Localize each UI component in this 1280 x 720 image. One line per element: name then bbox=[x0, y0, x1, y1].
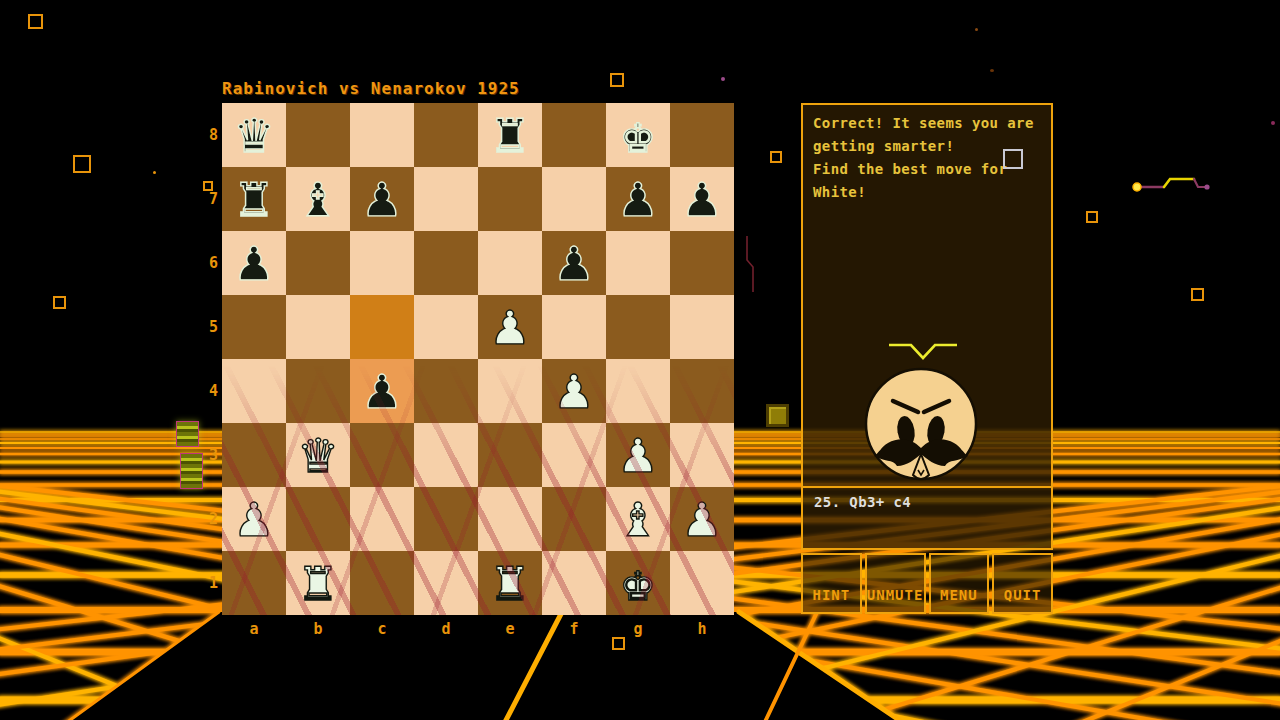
square-h5[interactable] bbox=[670, 295, 734, 359]
square-c8[interactable] bbox=[350, 103, 414, 167]
black-pawn-g7[interactable]: ♟ bbox=[621, 164, 655, 228]
game-title: Rabinovich vs Nenarokov 1925 bbox=[222, 79, 520, 98]
square-g7[interactable]: ♟ bbox=[606, 167, 670, 231]
square-b7[interactable]: ♝ bbox=[286, 167, 350, 231]
square-h3[interactable] bbox=[670, 423, 734, 487]
square-f1[interactable] bbox=[542, 551, 606, 615]
rank-label-1: 1 bbox=[198, 551, 218, 615]
rank-label-2: 2 bbox=[198, 487, 218, 551]
square-e8[interactable]: ♜ bbox=[478, 103, 542, 167]
rank-label-6: 6 bbox=[198, 231, 218, 295]
black-pawn-c4[interactable]: ♟ bbox=[365, 356, 399, 420]
square-e1[interactable]: ♜ bbox=[478, 551, 542, 615]
square-a6[interactable]: ♟ bbox=[222, 231, 286, 295]
white-pawn-g3[interactable]: ♟ bbox=[621, 420, 655, 484]
coach-message-line: White! bbox=[813, 181, 1045, 204]
square-h8[interactable] bbox=[670, 103, 734, 167]
white-rook-e1[interactable]: ♜ bbox=[493, 548, 527, 612]
file-label-b: b bbox=[286, 619, 350, 639]
square-c5[interactable] bbox=[350, 295, 414, 359]
bg-dot bbox=[990, 69, 994, 72]
rank-label-7: 7 bbox=[198, 167, 218, 231]
white-bishop-g2[interactable]: ♝ bbox=[621, 484, 655, 548]
rank-label-5: 5 bbox=[198, 295, 218, 359]
coach-avatar bbox=[855, 335, 987, 487]
square-b5[interactable] bbox=[286, 295, 350, 359]
square-d6[interactable] bbox=[414, 231, 478, 295]
bg-square-decoration bbox=[770, 151, 782, 163]
square-f6[interactable]: ♟ bbox=[542, 231, 606, 295]
square-d3[interactable] bbox=[414, 423, 478, 487]
square-a7[interactable]: ♜ bbox=[222, 167, 286, 231]
cube-decoration bbox=[766, 404, 789, 427]
square-f8[interactable] bbox=[542, 103, 606, 167]
square-f2[interactable] bbox=[542, 487, 606, 551]
square-e6[interactable] bbox=[478, 231, 542, 295]
bg-square-decoration bbox=[73, 155, 91, 173]
white-pawn-e5[interactable]: ♟ bbox=[493, 292, 527, 356]
square-c6[interactable] bbox=[350, 231, 414, 295]
square-d5[interactable] bbox=[414, 295, 478, 359]
square-e4[interactable] bbox=[478, 359, 542, 423]
square-c3[interactable] bbox=[350, 423, 414, 487]
bg-square-decoration bbox=[1086, 211, 1098, 223]
board-grid: ♛♜♚♜♝♟♟♟♟♟♟♟♟♛♟♟♝♟♜♜♚ bbox=[222, 103, 734, 615]
file-label-g: g bbox=[606, 619, 670, 639]
square-a5[interactable] bbox=[222, 295, 286, 359]
bg-square-decoration bbox=[1003, 149, 1023, 169]
bg-square-decoration bbox=[1191, 288, 1204, 301]
black-rook-a7[interactable]: ♜ bbox=[237, 164, 271, 228]
square-a3[interactable] bbox=[222, 423, 286, 487]
square-h6[interactable] bbox=[670, 231, 734, 295]
square-d2[interactable] bbox=[414, 487, 478, 551]
unmute-button[interactable]: UNMUTE bbox=[865, 553, 926, 614]
hint-button[interactable]: HINT bbox=[801, 553, 862, 614]
white-pawn-h2[interactable]: ♟ bbox=[685, 484, 719, 548]
coach-panel: Correct! It seems you are getting smarte… bbox=[801, 103, 1053, 550]
square-d4[interactable] bbox=[414, 359, 478, 423]
square-a1[interactable] bbox=[222, 551, 286, 615]
square-b8[interactable] bbox=[286, 103, 350, 167]
square-h2[interactable]: ♟ bbox=[670, 487, 734, 551]
square-c2[interactable] bbox=[350, 487, 414, 551]
file-label-c: c bbox=[350, 619, 414, 639]
file-label-h: h bbox=[670, 619, 734, 639]
bg-square-decoration bbox=[610, 73, 624, 87]
square-f7[interactable] bbox=[542, 167, 606, 231]
bg-dot bbox=[153, 171, 156, 174]
square-c4[interactable]: ♟ bbox=[350, 359, 414, 423]
black-pawn-c7[interactable]: ♟ bbox=[365, 164, 399, 228]
square-f3[interactable] bbox=[542, 423, 606, 487]
square-e5[interactable]: ♟ bbox=[478, 295, 542, 359]
angry-chevron-icon bbox=[889, 345, 957, 358]
square-g4[interactable] bbox=[606, 359, 670, 423]
bg-dot bbox=[975, 28, 978, 31]
square-g8[interactable]: ♚ bbox=[606, 103, 670, 167]
square-b2[interactable] bbox=[286, 487, 350, 551]
hud-button-row: HINT UNMUTE MENU QUIT bbox=[801, 553, 1053, 614]
move-list[interactable]: 25. Qb3+ c4 bbox=[803, 488, 1051, 510]
move-list-area[interactable]: 25. Qb3+ c4 bbox=[803, 486, 1051, 548]
square-a2[interactable]: ♟ bbox=[222, 487, 286, 551]
bg-square-decoration bbox=[28, 14, 43, 29]
file-label-f: f bbox=[542, 619, 606, 639]
square-f4[interactable]: ♟ bbox=[542, 359, 606, 423]
black-pawn-a6[interactable]: ♟ bbox=[237, 228, 271, 292]
bg-dot bbox=[1271, 121, 1275, 125]
quit-button[interactable]: QUIT bbox=[992, 553, 1053, 614]
menu-button[interactable]: MENU bbox=[929, 553, 990, 614]
rank-label-3: 3 bbox=[198, 423, 218, 487]
black-bishop-b7[interactable]: ♝ bbox=[301, 164, 335, 228]
circuit-trace-decoration bbox=[740, 232, 762, 298]
chess-board[interactable]: ♛♜♚♜♝♟♟♟♟♟♟♟♟♛♟♟♝♟♜♜♚ bbox=[222, 103, 734, 615]
square-b6[interactable] bbox=[286, 231, 350, 295]
file-label-e: e bbox=[478, 619, 542, 639]
coach-message-line: Correct! It seems you are bbox=[813, 112, 1045, 135]
bg-dot bbox=[721, 77, 725, 81]
square-a4[interactable] bbox=[222, 359, 286, 423]
square-c7[interactable]: ♟ bbox=[350, 167, 414, 231]
white-rook-b1[interactable]: ♜ bbox=[301, 548, 335, 612]
black-rook-e8[interactable]: ♜ bbox=[493, 100, 527, 164]
square-e3[interactable] bbox=[478, 423, 542, 487]
square-a8[interactable]: ♛ bbox=[222, 103, 286, 167]
white-pawn-f4[interactable]: ♟ bbox=[557, 356, 591, 420]
bg-square-decoration bbox=[53, 296, 66, 309]
white-queen-b3[interactable]: ♛ bbox=[301, 420, 335, 484]
black-queen-a8[interactable]: ♛ bbox=[237, 100, 271, 164]
square-g6[interactable] bbox=[606, 231, 670, 295]
glitch-block-decoration bbox=[176, 421, 199, 447]
square-c1[interactable] bbox=[350, 551, 414, 615]
square-f5[interactable] bbox=[542, 295, 606, 359]
rank-label-4: 4 bbox=[198, 359, 218, 423]
square-g1[interactable]: ♚ bbox=[606, 551, 670, 615]
white-pawn-a2[interactable]: ♟ bbox=[237, 484, 271, 548]
circuit-trace-decoration bbox=[1128, 170, 1220, 198]
black-pawn-f6[interactable]: ♟ bbox=[557, 228, 591, 292]
square-g5[interactable] bbox=[606, 295, 670, 359]
black-pawn-h7[interactable]: ♟ bbox=[685, 164, 719, 228]
square-g2[interactable]: ♝ bbox=[606, 487, 670, 551]
rank-label-8: 8 bbox=[198, 103, 218, 167]
square-b3[interactable]: ♛ bbox=[286, 423, 350, 487]
square-b1[interactable]: ♜ bbox=[286, 551, 350, 615]
square-d8[interactable] bbox=[414, 103, 478, 167]
file-label-a: a bbox=[222, 619, 286, 639]
square-h1[interactable] bbox=[670, 551, 734, 615]
square-h7[interactable]: ♟ bbox=[670, 167, 734, 231]
square-e2[interactable] bbox=[478, 487, 542, 551]
square-d7[interactable] bbox=[414, 167, 478, 231]
square-g3[interactable]: ♟ bbox=[606, 423, 670, 487]
black-king-g8[interactable]: ♚ bbox=[621, 100, 655, 164]
file-label-d: d bbox=[414, 619, 478, 639]
white-king-g1[interactable]: ♚ bbox=[621, 548, 655, 612]
game-screen: Rabinovich vs Nenarokov 1925 ♛♜♚♜♝♟♟♟♟♟♟… bbox=[0, 0, 1280, 720]
square-b4[interactable] bbox=[286, 359, 350, 423]
square-d1[interactable] bbox=[414, 551, 478, 615]
square-e7[interactable] bbox=[478, 167, 542, 231]
square-h4[interactable] bbox=[670, 359, 734, 423]
